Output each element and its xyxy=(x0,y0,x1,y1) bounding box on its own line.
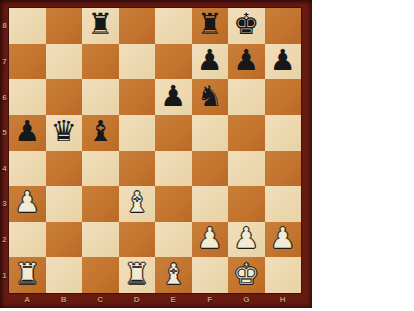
black-pawn[interactable]: ♟ xyxy=(270,46,296,75)
square-c7[interactable] xyxy=(82,44,119,80)
white-bishop[interactable]: ♝ xyxy=(160,260,186,289)
square-e8[interactable] xyxy=(155,8,192,44)
square-d5[interactable] xyxy=(119,115,156,151)
square-c2[interactable] xyxy=(82,222,119,258)
file-label-f: F xyxy=(192,293,229,306)
white-king[interactable]: ♚ xyxy=(233,260,259,289)
square-d7[interactable] xyxy=(119,44,156,80)
square-c8[interactable]: ♜ xyxy=(82,8,119,44)
file-label-g: G xyxy=(228,293,265,306)
square-d3[interactable]: ♝ xyxy=(119,186,156,222)
square-b4[interactable] xyxy=(46,151,83,187)
file-label-a: A xyxy=(9,293,46,306)
square-d8[interactable] xyxy=(119,8,156,44)
square-d1[interactable]: ♜ xyxy=(119,257,156,293)
rank-label-1: 1 xyxy=(0,257,9,293)
square-h3[interactable] xyxy=(265,186,302,222)
white-pawn[interactable]: ♟ xyxy=(233,224,259,253)
black-king[interactable]: ♚ xyxy=(233,10,259,39)
square-g2[interactable]: ♟ xyxy=(228,222,265,258)
square-c3[interactable] xyxy=(82,186,119,222)
square-d2[interactable] xyxy=(119,222,156,258)
page: 87654321 ♜♜♚♟♟♟♟♞♟♛♝♟♝♟♟♟♜♜♝♚ ABCDEFGH xyxy=(0,0,414,311)
square-c1[interactable] xyxy=(82,257,119,293)
square-f8[interactable]: ♜ xyxy=(192,8,229,44)
square-g8[interactable]: ♚ xyxy=(228,8,265,44)
chess-board-frame: 87654321 ♜♜♚♟♟♟♟♞♟♛♝♟♝♟♟♟♜♜♝♚ ABCDEFGH xyxy=(0,0,312,308)
square-e7[interactable] xyxy=(155,44,192,80)
square-c6[interactable] xyxy=(82,79,119,115)
square-g3[interactable] xyxy=(228,186,265,222)
file-labels: ABCDEFGH xyxy=(9,293,301,306)
square-a3[interactable]: ♟ xyxy=(9,186,46,222)
file-label-e: E xyxy=(155,293,192,306)
black-queen[interactable]: ♛ xyxy=(51,117,77,146)
square-b7[interactable] xyxy=(46,44,83,80)
square-b8[interactable] xyxy=(46,8,83,44)
square-f2[interactable]: ♟ xyxy=(192,222,229,258)
square-e4[interactable] xyxy=(155,151,192,187)
square-d6[interactable] xyxy=(119,79,156,115)
square-a2[interactable] xyxy=(9,222,46,258)
white-bishop[interactable]: ♝ xyxy=(124,188,150,217)
square-e2[interactable] xyxy=(155,222,192,258)
square-h2[interactable]: ♟ xyxy=(265,222,302,258)
rank-label-6: 6 xyxy=(0,79,9,115)
square-c5[interactable]: ♝ xyxy=(82,115,119,151)
square-f4[interactable] xyxy=(192,151,229,187)
square-e5[interactable] xyxy=(155,115,192,151)
square-c4[interactable] xyxy=(82,151,119,187)
white-pawn[interactable]: ♟ xyxy=(14,188,40,217)
rank-label-3: 3 xyxy=(0,186,9,222)
square-b2[interactable] xyxy=(46,222,83,258)
white-rook[interactable]: ♜ xyxy=(124,260,150,289)
square-e1[interactable]: ♝ xyxy=(155,257,192,293)
black-pawn[interactable]: ♟ xyxy=(233,46,259,75)
square-e3[interactable] xyxy=(155,186,192,222)
square-g7[interactable]: ♟ xyxy=(228,44,265,80)
square-a4[interactable] xyxy=(9,151,46,187)
rank-label-8: 8 xyxy=(0,8,9,44)
rank-label-2: 2 xyxy=(0,222,9,258)
square-h4[interactable] xyxy=(265,151,302,187)
square-g5[interactable] xyxy=(228,115,265,151)
file-label-d: D xyxy=(119,293,156,306)
square-b3[interactable] xyxy=(46,186,83,222)
white-pawn[interactable]: ♟ xyxy=(270,224,296,253)
square-g4[interactable] xyxy=(228,151,265,187)
chess-board: ♜♜♚♟♟♟♟♞♟♛♝♟♝♟♟♟♜♜♝♚ xyxy=(9,8,301,293)
rank-label-7: 7 xyxy=(0,44,9,80)
black-rook[interactable]: ♜ xyxy=(87,10,113,39)
square-a7[interactable] xyxy=(9,44,46,80)
black-bishop[interactable]: ♝ xyxy=(87,117,113,146)
rank-label-4: 4 xyxy=(0,151,9,187)
square-e6[interactable]: ♟ xyxy=(155,79,192,115)
square-f7[interactable]: ♟ xyxy=(192,44,229,80)
square-g1[interactable]: ♚ xyxy=(228,257,265,293)
white-rook[interactable]: ♜ xyxy=(14,260,40,289)
square-b6[interactable] xyxy=(46,79,83,115)
square-b5[interactable]: ♛ xyxy=(46,115,83,151)
square-a8[interactable] xyxy=(9,8,46,44)
black-pawn[interactable]: ♟ xyxy=(14,117,40,146)
square-f3[interactable] xyxy=(192,186,229,222)
square-b1[interactable] xyxy=(46,257,83,293)
black-pawn[interactable]: ♟ xyxy=(197,46,223,75)
square-h7[interactable]: ♟ xyxy=(265,44,302,80)
square-g6[interactable] xyxy=(228,79,265,115)
square-h6[interactable] xyxy=(265,79,302,115)
file-label-h: H xyxy=(265,293,302,306)
square-a6[interactable] xyxy=(9,79,46,115)
square-f5[interactable] xyxy=(192,115,229,151)
file-label-b: B xyxy=(46,293,83,306)
black-pawn[interactable]: ♟ xyxy=(160,82,186,111)
square-d4[interactable] xyxy=(119,151,156,187)
rank-label-5: 5 xyxy=(0,115,9,151)
square-f1[interactable] xyxy=(192,257,229,293)
square-a5[interactable]: ♟ xyxy=(9,115,46,151)
square-a1[interactable]: ♜ xyxy=(9,257,46,293)
square-f6[interactable]: ♞ xyxy=(192,79,229,115)
black-rook[interactable]: ♜ xyxy=(197,10,223,39)
white-pawn[interactable]: ♟ xyxy=(197,224,223,253)
file-label-c: C xyxy=(82,293,119,306)
rank-labels: 87654321 xyxy=(0,8,9,293)
square-h5[interactable] xyxy=(265,115,302,151)
square-h8[interactable] xyxy=(265,8,302,44)
black-knight[interactable]: ♞ xyxy=(197,82,223,111)
square-h1[interactable] xyxy=(265,257,302,293)
